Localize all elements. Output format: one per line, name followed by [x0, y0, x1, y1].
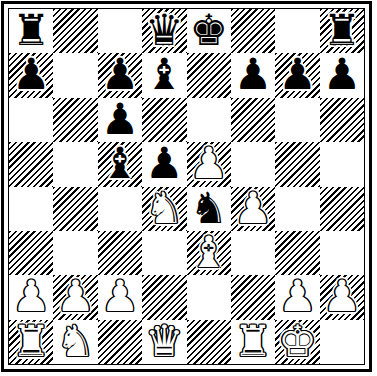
square-a8[interactable]: ♜: [9, 9, 53, 53]
square-d6[interactable]: [142, 98, 186, 142]
white-knight: ♞: [145, 186, 184, 230]
square-b7[interactable]: [53, 53, 97, 97]
white-pawn: ♟: [234, 186, 273, 230]
black-rook: ♜: [12, 8, 51, 52]
square-b6[interactable]: [53, 98, 97, 142]
black-pawn: ♟: [12, 52, 51, 96]
black-pawn: ♟: [145, 141, 184, 185]
square-a3[interactable]: [9, 231, 53, 275]
black-pawn: ♟: [234, 52, 273, 96]
square-b5[interactable]: [53, 142, 97, 186]
square-a6[interactable]: [9, 98, 53, 142]
square-c1[interactable]: [98, 320, 142, 364]
square-b1[interactable]: ♞: [53, 320, 97, 364]
square-e2[interactable]: [187, 275, 231, 319]
white-pawn: ♟: [12, 274, 51, 318]
board-frame: ♜♛♚♜♟♟♝♟♟♟♟♝♟♟♞♞♟♝♟♟♟♟♟♜♞♛♜♚: [1, 1, 372, 372]
square-a2[interactable]: ♟: [9, 275, 53, 319]
black-bishop: ♝: [145, 52, 184, 96]
square-d1[interactable]: ♛: [142, 320, 186, 364]
square-g8[interactable]: [275, 9, 319, 53]
square-e6[interactable]: [187, 98, 231, 142]
white-pawn: ♟: [101, 274, 140, 318]
square-c8[interactable]: [98, 9, 142, 53]
square-h4[interactable]: [320, 187, 364, 231]
square-c5[interactable]: ♝: [98, 142, 142, 186]
black-pawn: ♟: [101, 97, 140, 141]
square-f3[interactable]: [231, 231, 275, 275]
square-h2[interactable]: ♟: [320, 275, 364, 319]
chess-diagram: ♜♛♚♜♟♟♝♟♟♟♟♝♟♟♞♞♟♝♟♟♟♟♟♜♞♛♜♚: [0, 0, 377, 372]
black-pawn: ♟: [278, 52, 317, 96]
white-knight: ♞: [56, 319, 95, 363]
square-c3[interactable]: [98, 231, 142, 275]
white-queen: ♛: [145, 319, 184, 363]
square-h7[interactable]: ♟: [320, 53, 364, 97]
square-e5[interactable]: ♟: [187, 142, 231, 186]
square-h3[interactable]: [320, 231, 364, 275]
square-c7[interactable]: ♟: [98, 53, 142, 97]
square-e1[interactable]: [187, 320, 231, 364]
square-g5[interactable]: [275, 142, 319, 186]
chess-board: ♜♛♚♜♟♟♝♟♟♟♟♝♟♟♞♞♟♝♟♟♟♟♟♜♞♛♜♚: [9, 9, 364, 364]
white-rook: ♜: [234, 319, 273, 363]
square-g6[interactable]: [275, 98, 319, 142]
square-g7[interactable]: ♟: [275, 53, 319, 97]
square-f4[interactable]: ♟: [231, 187, 275, 231]
black-king: ♚: [189, 8, 228, 52]
square-d3[interactable]: [142, 231, 186, 275]
square-b4[interactable]: [53, 187, 97, 231]
square-f6[interactable]: [231, 98, 275, 142]
square-e8[interactable]: ♚: [187, 9, 231, 53]
square-h8[interactable]: ♜: [320, 9, 364, 53]
square-e4[interactable]: ♞: [187, 187, 231, 231]
square-d4[interactable]: ♞: [142, 187, 186, 231]
square-c2[interactable]: ♟: [98, 275, 142, 319]
square-g4[interactable]: [275, 187, 319, 231]
square-a1[interactable]: ♜: [9, 320, 53, 364]
square-d5[interactable]: ♟: [142, 142, 186, 186]
board-inner-border: ♜♛♚♜♟♟♝♟♟♟♟♝♟♟♞♞♟♝♟♟♟♟♟♜♞♛♜♚: [8, 8, 365, 365]
square-d2[interactable]: [142, 275, 186, 319]
white-rook: ♜: [12, 319, 51, 363]
square-a5[interactable]: [9, 142, 53, 186]
square-e7[interactable]: [187, 53, 231, 97]
square-f8[interactable]: [231, 9, 275, 53]
square-h6[interactable]: [320, 98, 364, 142]
square-b8[interactable]: [53, 9, 97, 53]
square-g2[interactable]: ♟: [275, 275, 319, 319]
square-a4[interactable]: [9, 187, 53, 231]
black-queen: ♛: [145, 8, 184, 52]
black-bishop: ♝: [101, 141, 140, 185]
black-knight: ♞: [189, 186, 228, 230]
white-pawn: ♟: [278, 274, 317, 318]
square-g1[interactable]: ♚: [275, 320, 319, 364]
white-king: ♚: [278, 319, 317, 363]
white-pawn: ♟: [323, 274, 362, 318]
white-pawn: ♟: [56, 274, 95, 318]
white-pawn: ♟: [189, 141, 228, 185]
square-c6[interactable]: ♟: [98, 98, 142, 142]
square-f1[interactable]: ♜: [231, 320, 275, 364]
square-b3[interactable]: [53, 231, 97, 275]
square-b2[interactable]: ♟: [53, 275, 97, 319]
page: { "game": "chess", "position": { "fen": …: [0, 0, 377, 376]
square-h5[interactable]: [320, 142, 364, 186]
square-h1[interactable]: [320, 320, 364, 364]
square-d7[interactable]: ♝: [142, 53, 186, 97]
square-f5[interactable]: [231, 142, 275, 186]
black-pawn: ♟: [101, 52, 140, 96]
square-f2[interactable]: [231, 275, 275, 319]
square-e3[interactable]: ♝: [187, 231, 231, 275]
square-c4[interactable]: [98, 187, 142, 231]
black-rook: ♜: [323, 8, 362, 52]
white-bishop: ♝: [189, 230, 228, 274]
square-g3[interactable]: [275, 231, 319, 275]
square-f7[interactable]: ♟: [231, 53, 275, 97]
square-a7[interactable]: ♟: [9, 53, 53, 97]
black-pawn: ♟: [323, 52, 362, 96]
square-d8[interactable]: ♛: [142, 9, 186, 53]
